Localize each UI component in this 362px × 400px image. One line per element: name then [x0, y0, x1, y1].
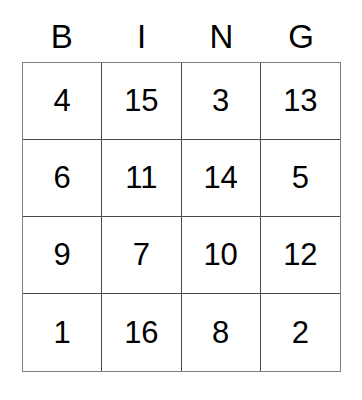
bingo-cell-r4c4: 2	[261, 294, 340, 371]
header-letter-n: N	[182, 16, 262, 53]
bingo-cell-r3c3: 10	[182, 217, 261, 294]
header-letter-g: G	[261, 16, 341, 53]
bingo-grid: 4 15 3 13 6 11 14 5 9 7 10 12 1 16 8 2	[22, 62, 341, 372]
header-letter-i: I	[102, 16, 182, 53]
bingo-card-page: B I N G 4 15 3 13 6 11 14 5 9 7 10 12 1 …	[0, 0, 362, 400]
bingo-cell-r1c1: 4	[23, 63, 102, 140]
bingo-cell-r1c4: 13	[261, 63, 340, 140]
bingo-cell-r2c2: 11	[102, 140, 181, 217]
bingo-cell-r1c2: 15	[102, 63, 181, 140]
bingo-cell-r4c1: 1	[23, 294, 102, 371]
bingo-cell-r3c4: 12	[261, 217, 340, 294]
bingo-cell-r4c2: 16	[102, 294, 181, 371]
bingo-cell-r3c1: 9	[23, 217, 102, 294]
bingo-header-row: B I N G	[22, 16, 341, 53]
bingo-cell-r2c1: 6	[23, 140, 102, 217]
bingo-cell-r3c2: 7	[102, 217, 181, 294]
bingo-cell-r1c3: 3	[182, 63, 261, 140]
bingo-cell-r2c4: 5	[261, 140, 340, 217]
header-letter-b: B	[22, 16, 102, 53]
bingo-cell-r2c3: 14	[182, 140, 261, 217]
bingo-cell-r4c3: 8	[182, 294, 261, 371]
